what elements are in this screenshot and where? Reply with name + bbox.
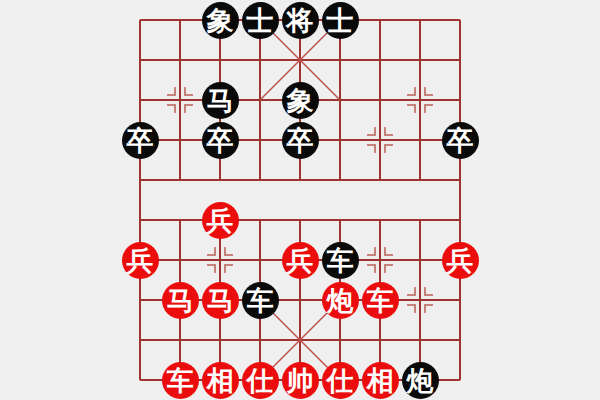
point-2-1[interactable] xyxy=(200,40,240,80)
piece-red-soldier[interactable]: 兵 xyxy=(122,242,159,279)
point-2-9[interactable]: 相 xyxy=(200,360,240,400)
point-6-4[interactable] xyxy=(360,160,400,200)
point-8-3[interactable]: 卒 xyxy=(440,120,480,160)
point-8-5[interactable] xyxy=(440,200,480,240)
piece-black-general[interactable]: 将 xyxy=(282,2,319,39)
point-3-4[interactable] xyxy=(240,160,280,200)
point-6-1[interactable] xyxy=(360,40,400,80)
point-0-9[interactable] xyxy=(120,360,160,400)
point-6-3[interactable] xyxy=(360,120,400,160)
point-4-0[interactable]: 将 xyxy=(280,0,320,40)
point-2-5[interactable]: 兵 xyxy=(200,200,240,240)
point-4-1[interactable] xyxy=(280,40,320,80)
point-0-0[interactable] xyxy=(120,0,160,40)
piece-black-cannon[interactable]: 炮 xyxy=(402,362,439,399)
point-7-0[interactable] xyxy=(400,0,440,40)
point-3-5[interactable] xyxy=(240,200,280,240)
piece-red-elephant[interactable]: 相 xyxy=(362,362,399,399)
piece-red-general[interactable]: 帅 xyxy=(282,362,319,399)
piece-black-advisor[interactable]: 士 xyxy=(322,2,359,39)
point-5-1[interactable] xyxy=(320,40,360,80)
point-3-0[interactable]: 士 xyxy=(240,0,280,40)
point-0-4[interactable] xyxy=(120,160,160,200)
point-0-8[interactable] xyxy=(120,320,160,360)
point-7-6[interactable] xyxy=(400,240,440,280)
point-5-4[interactable] xyxy=(320,160,360,200)
point-5-8[interactable] xyxy=(320,320,360,360)
point-0-1[interactable] xyxy=(120,40,160,80)
point-1-6[interactable] xyxy=(160,240,200,280)
point-1-7[interactable]: 马 xyxy=(160,280,200,320)
point-8-0[interactable] xyxy=(440,0,480,40)
point-1-4[interactable] xyxy=(160,160,200,200)
point-6-8[interactable] xyxy=(360,320,400,360)
piece-red-soldier[interactable]: 兵 xyxy=(442,242,479,279)
point-2-6[interactable] xyxy=(200,240,240,280)
point-4-4[interactable] xyxy=(280,160,320,200)
point-8-1[interactable] xyxy=(440,40,480,80)
point-7-7[interactable] xyxy=(400,280,440,320)
point-3-1[interactable] xyxy=(240,40,280,80)
point-8-6[interactable]: 兵 xyxy=(440,240,480,280)
point-3-9[interactable]: 仕 xyxy=(240,360,280,400)
piece-red-advisor[interactable]: 仕 xyxy=(322,362,359,399)
point-1-2[interactable] xyxy=(160,80,200,120)
point-1-0[interactable] xyxy=(160,0,200,40)
point-3-8[interactable] xyxy=(240,320,280,360)
point-4-8[interactable] xyxy=(280,320,320,360)
piece-black-advisor[interactable]: 士 xyxy=(242,2,279,39)
point-6-5[interactable] xyxy=(360,200,400,240)
point-3-6[interactable] xyxy=(240,240,280,280)
piece-red-horse[interactable]: 马 xyxy=(162,282,199,319)
piece-black-soldier[interactable]: 卒 xyxy=(282,122,319,159)
point-5-7[interactable]: 炮 xyxy=(320,280,360,320)
point-2-3[interactable]: 卒 xyxy=(200,120,240,160)
point-5-6[interactable]: 车 xyxy=(320,240,360,280)
point-0-2[interactable] xyxy=(120,80,160,120)
point-5-0[interactable]: 士 xyxy=(320,0,360,40)
point-1-1[interactable] xyxy=(160,40,200,80)
point-3-3[interactable] xyxy=(240,120,280,160)
piece-red-cannon[interactable]: 炮 xyxy=(322,282,359,319)
piece-black-chariot[interactable]: 车 xyxy=(242,282,279,319)
piece-red-soldier[interactable]: 兵 xyxy=(282,242,319,279)
point-3-7[interactable]: 车 xyxy=(240,280,280,320)
point-8-4[interactable] xyxy=(440,160,480,200)
xiangqi-app: 象士将士马象卒卒卒卒兵兵兵车兵马马车炮车车相仕帅仕相炮 xyxy=(0,0,600,400)
point-1-9[interactable]: 车 xyxy=(160,360,200,400)
point-0-5[interactable] xyxy=(120,200,160,240)
point-4-7[interactable] xyxy=(280,280,320,320)
point-5-5[interactable] xyxy=(320,200,360,240)
piece-black-chariot[interactable]: 车 xyxy=(322,242,359,279)
point-7-4[interactable] xyxy=(400,160,440,200)
point-7-9[interactable]: 炮 xyxy=(400,360,440,400)
point-7-3[interactable] xyxy=(400,120,440,160)
point-7-1[interactable] xyxy=(400,40,440,80)
point-4-5[interactable] xyxy=(280,200,320,240)
point-2-8[interactable] xyxy=(200,320,240,360)
point-2-0[interactable]: 象 xyxy=(200,0,240,40)
point-0-6[interactable]: 兵 xyxy=(120,240,160,280)
point-1-5[interactable] xyxy=(160,200,200,240)
piece-red-elephant[interactable]: 相 xyxy=(202,362,239,399)
piece-red-advisor[interactable]: 仕 xyxy=(242,362,279,399)
point-4-3[interactable]: 卒 xyxy=(280,120,320,160)
point-0-3[interactable]: 卒 xyxy=(120,120,160,160)
point-7-2[interactable] xyxy=(400,80,440,120)
point-8-7[interactable] xyxy=(440,280,480,320)
piece-red-soldier[interactable]: 兵 xyxy=(202,202,239,239)
point-6-9[interactable]: 相 xyxy=(360,360,400,400)
point-6-6[interactable] xyxy=(360,240,400,280)
point-4-6[interactable]: 兵 xyxy=(280,240,320,280)
xiangqi-board: 象士将士马象卒卒卒卒兵兵兵车兵马马车炮车车相仕帅仕相炮 xyxy=(120,0,480,400)
piece-red-chariot[interactable]: 车 xyxy=(362,282,399,319)
point-7-5[interactable] xyxy=(400,200,440,240)
point-1-8[interactable] xyxy=(160,320,200,360)
point-4-2[interactable]: 象 xyxy=(280,80,320,120)
point-8-2[interactable] xyxy=(440,80,480,120)
point-7-8[interactable] xyxy=(400,320,440,360)
point-4-9[interactable]: 帅 xyxy=(280,360,320,400)
piece-black-elephant[interactable]: 象 xyxy=(202,2,239,39)
piece-red-chariot[interactable]: 车 xyxy=(162,362,199,399)
point-5-2[interactable] xyxy=(320,80,360,120)
piece-black-horse[interactable]: 马 xyxy=(202,82,239,119)
piece-black-soldier[interactable]: 卒 xyxy=(202,122,239,159)
point-8-9[interactable] xyxy=(440,360,480,400)
piece-black-soldier[interactable]: 卒 xyxy=(442,122,479,159)
point-2-7[interactable]: 马 xyxy=(200,280,240,320)
point-5-9[interactable]: 仕 xyxy=(320,360,360,400)
point-2-2[interactable]: 马 xyxy=(200,80,240,120)
point-6-7[interactable]: 车 xyxy=(360,280,400,320)
point-6-2[interactable] xyxy=(360,80,400,120)
point-6-0[interactable] xyxy=(360,0,400,40)
point-1-3[interactable] xyxy=(160,120,200,160)
point-0-7[interactable] xyxy=(120,280,160,320)
piece-red-horse[interactable]: 马 xyxy=(202,282,239,319)
point-2-4[interactable] xyxy=(200,160,240,200)
point-5-3[interactable] xyxy=(320,120,360,160)
point-8-8[interactable] xyxy=(440,320,480,360)
piece-black-elephant[interactable]: 象 xyxy=(282,82,319,119)
piece-black-soldier[interactable]: 卒 xyxy=(122,122,159,159)
point-3-2[interactable] xyxy=(240,80,280,120)
